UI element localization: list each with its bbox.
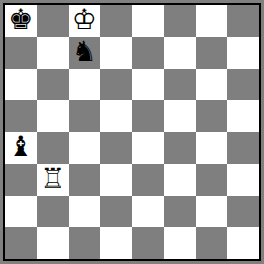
square-b2[interactable]: [37, 196, 69, 228]
square-d1[interactable]: [100, 227, 132, 259]
square-h6[interactable]: [227, 69, 259, 101]
square-a2[interactable]: [5, 196, 37, 228]
square-e6[interactable]: [132, 69, 164, 101]
square-f6[interactable]: [164, 69, 196, 101]
chess-board: ♚♔♞♝♖: [5, 5, 259, 259]
square-h2[interactable]: [227, 196, 259, 228]
square-e8[interactable]: [132, 5, 164, 37]
square-c5[interactable]: [69, 100, 101, 132]
square-f3[interactable]: [164, 164, 196, 196]
square-h5[interactable]: [227, 100, 259, 132]
square-c1[interactable]: [69, 227, 101, 259]
square-f4[interactable]: [164, 132, 196, 164]
square-c6[interactable]: [69, 69, 101, 101]
square-f1[interactable]: [164, 227, 196, 259]
board-frame: ♚♔♞♝♖: [3, 3, 261, 261]
square-e4[interactable]: [132, 132, 164, 164]
square-g1[interactable]: [196, 227, 228, 259]
square-a7[interactable]: [5, 37, 37, 69]
square-e3[interactable]: [132, 164, 164, 196]
square-f7[interactable]: [164, 37, 196, 69]
square-d5[interactable]: [100, 100, 132, 132]
square-a1[interactable]: [5, 227, 37, 259]
black-bishop[interactable]: ♝: [8, 133, 33, 161]
square-f2[interactable]: [164, 196, 196, 228]
square-e5[interactable]: [132, 100, 164, 132]
square-b4[interactable]: [37, 132, 69, 164]
square-g6[interactable]: [196, 69, 228, 101]
square-h4[interactable]: [227, 132, 259, 164]
square-h3[interactable]: [227, 164, 259, 196]
square-e7[interactable]: [132, 37, 164, 69]
square-c8[interactable]: ♔: [69, 5, 101, 37]
square-d7[interactable]: [100, 37, 132, 69]
square-b7[interactable]: [37, 37, 69, 69]
square-c7[interactable]: ♞: [69, 37, 101, 69]
square-a6[interactable]: [5, 69, 37, 101]
square-c3[interactable]: [69, 164, 101, 196]
black-king[interactable]: ♚: [8, 6, 33, 34]
square-c4[interactable]: [69, 132, 101, 164]
square-g3[interactable]: [196, 164, 228, 196]
square-a4[interactable]: ♝: [5, 132, 37, 164]
square-a3[interactable]: [5, 164, 37, 196]
square-g5[interactable]: [196, 100, 228, 132]
square-g2[interactable]: [196, 196, 228, 228]
square-b8[interactable]: [37, 5, 69, 37]
square-a5[interactable]: [5, 100, 37, 132]
square-b3[interactable]: ♖: [37, 164, 69, 196]
board-outer-margin: ♚♔♞♝♖: [0, 0, 264, 264]
square-g8[interactable]: [196, 5, 228, 37]
square-g7[interactable]: [196, 37, 228, 69]
square-e2[interactable]: [132, 196, 164, 228]
square-e1[interactable]: [132, 227, 164, 259]
square-f5[interactable]: [164, 100, 196, 132]
black-knight[interactable]: ♞: [72, 38, 97, 66]
square-d2[interactable]: [100, 196, 132, 228]
square-d4[interactable]: [100, 132, 132, 164]
square-f8[interactable]: [164, 5, 196, 37]
square-d8[interactable]: [100, 5, 132, 37]
square-b6[interactable]: [37, 69, 69, 101]
square-h7[interactable]: [227, 37, 259, 69]
square-d6[interactable]: [100, 69, 132, 101]
square-d3[interactable]: [100, 164, 132, 196]
square-h8[interactable]: [227, 5, 259, 37]
square-b5[interactable]: [37, 100, 69, 132]
square-a8[interactable]: ♚: [5, 5, 37, 37]
white-rook[interactable]: ♖: [40, 165, 65, 193]
white-king[interactable]: ♔: [72, 6, 97, 34]
square-c2[interactable]: [69, 196, 101, 228]
square-g4[interactable]: [196, 132, 228, 164]
square-b1[interactable]: [37, 227, 69, 259]
square-h1[interactable]: [227, 227, 259, 259]
